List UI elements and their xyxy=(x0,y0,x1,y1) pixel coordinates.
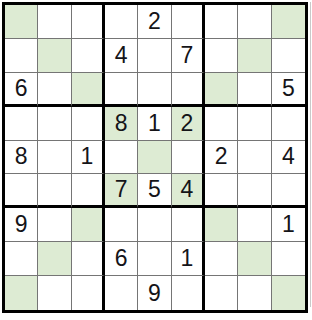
cell-r6c4[interactable] xyxy=(138,208,171,242)
cell-r7c4[interactable] xyxy=(138,242,171,276)
cell-r1c6[interactable] xyxy=(205,39,238,73)
cell-r2c3[interactable] xyxy=(105,73,138,107)
cell-r4c5[interactable] xyxy=(172,141,205,175)
cell-r8c6[interactable] xyxy=(205,276,238,310)
cell-r5c3[interactable]: 7 xyxy=(105,174,138,208)
cell-r3c1[interactable] xyxy=(38,107,71,141)
cell-r4c7[interactable] xyxy=(238,141,271,175)
cell-r7c2[interactable] xyxy=(72,242,105,276)
cell-r2c6[interactable] xyxy=(205,73,238,107)
cell-r2c5[interactable] xyxy=(172,73,205,107)
cell-r8c7[interactable] xyxy=(238,276,271,310)
cell-r4c0[interactable]: 8 xyxy=(5,141,38,175)
cell-r6c8[interactable]: 1 xyxy=(272,208,305,242)
cell-r7c7[interactable] xyxy=(238,242,271,276)
cell-r5c2[interactable] xyxy=(72,174,105,208)
cell-r6c0[interactable]: 9 xyxy=(5,208,38,242)
cell-r7c6[interactable] xyxy=(205,242,238,276)
cell-r0c8[interactable] xyxy=(272,5,305,39)
cell-r4c4[interactable] xyxy=(138,141,171,175)
cell-r8c8[interactable] xyxy=(272,276,305,310)
cell-r7c5[interactable]: 1 xyxy=(172,242,205,276)
page: { "game": "sudoku", "variant": "x-sudoku… xyxy=(0,0,312,320)
cell-r4c1[interactable] xyxy=(38,141,71,175)
cell-r3c4[interactable]: 1 xyxy=(138,107,171,141)
cell-r7c3[interactable]: 6 xyxy=(105,242,138,276)
cell-r0c7[interactable] xyxy=(238,5,271,39)
cell-r8c4[interactable]: 9 xyxy=(138,276,171,310)
cell-r8c2[interactable] xyxy=(72,276,105,310)
cell-r0c5[interactable] xyxy=(172,5,205,39)
cell-r5c8[interactable] xyxy=(272,174,305,208)
cell-r6c3[interactable] xyxy=(105,208,138,242)
cell-r4c2[interactable]: 1 xyxy=(72,141,105,175)
cell-r5c5[interactable]: 4 xyxy=(172,174,205,208)
cell-r0c4[interactable]: 2 xyxy=(138,5,171,39)
cell-r3c3[interactable]: 8 xyxy=(105,107,138,141)
cell-r1c1[interactable] xyxy=(38,39,71,73)
cell-r5c1[interactable] xyxy=(38,174,71,208)
cell-r2c8[interactable]: 5 xyxy=(272,73,305,107)
cell-r4c8[interactable]: 4 xyxy=(272,141,305,175)
cell-r3c5[interactable]: 2 xyxy=(172,107,205,141)
cell-r0c6[interactable] xyxy=(205,5,238,39)
cell-r5c4[interactable]: 5 xyxy=(138,174,171,208)
cell-r4c6[interactable]: 2 xyxy=(205,141,238,175)
cell-r1c8[interactable] xyxy=(272,39,305,73)
cell-r0c0[interactable] xyxy=(5,5,38,39)
cell-r3c6[interactable] xyxy=(205,107,238,141)
cell-r2c0[interactable]: 6 xyxy=(5,73,38,107)
cell-r8c3[interactable] xyxy=(105,276,138,310)
cell-r7c0[interactable] xyxy=(5,242,38,276)
cell-r1c7[interactable] xyxy=(238,39,271,73)
cell-r1c3[interactable]: 4 xyxy=(105,39,138,73)
cell-r3c0[interactable] xyxy=(5,107,38,141)
cell-r4c3[interactable] xyxy=(105,141,138,175)
cell-r7c8[interactable] xyxy=(272,242,305,276)
cell-r6c7[interactable] xyxy=(238,208,271,242)
cell-r5c6[interactable] xyxy=(205,174,238,208)
cell-r7c1[interactable] xyxy=(38,242,71,276)
cell-r0c1[interactable] xyxy=(38,5,71,39)
cell-r6c1[interactable] xyxy=(38,208,71,242)
cell-r6c2[interactable] xyxy=(72,208,105,242)
cell-r2c2[interactable] xyxy=(72,73,105,107)
cell-r2c4[interactable] xyxy=(138,73,171,107)
cell-r1c0[interactable] xyxy=(5,39,38,73)
cell-r2c7[interactable] xyxy=(238,73,271,107)
cell-r3c8[interactable] xyxy=(272,107,305,141)
cell-r0c3[interactable] xyxy=(105,5,138,39)
cell-r6c5[interactable] xyxy=(172,208,205,242)
cell-r5c0[interactable] xyxy=(5,174,38,208)
cell-r8c5[interactable] xyxy=(172,276,205,310)
cell-r8c0[interactable] xyxy=(5,276,38,310)
cell-r1c5[interactable]: 7 xyxy=(172,39,205,73)
cell-r3c7[interactable] xyxy=(238,107,271,141)
cell-r5c7[interactable] xyxy=(238,174,271,208)
cell-r3c2[interactable] xyxy=(72,107,105,141)
cell-r1c4[interactable] xyxy=(138,39,171,73)
sudoku-board: 24765812812475491619 xyxy=(2,2,308,313)
cell-r1c2[interactable] xyxy=(72,39,105,73)
cell-r8c1[interactable] xyxy=(38,276,71,310)
cell-r2c1[interactable] xyxy=(38,73,71,107)
cell-r6c6[interactable] xyxy=(205,208,238,242)
cell-r0c2[interactable] xyxy=(72,5,105,39)
